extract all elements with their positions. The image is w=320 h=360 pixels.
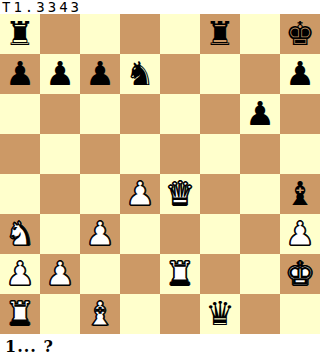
piece-white-pawn[interactable]: ♟	[5, 254, 35, 294]
piece-white-queen[interactable]: ♛	[165, 174, 195, 214]
square-b8[interactable]	[40, 14, 80, 54]
square-e3[interactable]	[160, 214, 200, 254]
square-d1[interactable]	[120, 294, 160, 334]
piece-black-pawn[interactable]: ♟	[45, 54, 75, 94]
square-h7[interactable]: ♟	[280, 54, 320, 94]
square-d4[interactable]: ♟	[120, 174, 160, 214]
puzzle-id-label: T1.3343	[0, 0, 320, 14]
square-a5[interactable]	[0, 134, 40, 174]
square-f3[interactable]	[200, 214, 240, 254]
square-h5[interactable]	[280, 134, 320, 174]
square-b6[interactable]	[40, 94, 80, 134]
square-g1[interactable]	[240, 294, 280, 334]
piece-white-pawn[interactable]: ♟	[285, 214, 315, 254]
square-a4[interactable]	[0, 174, 40, 214]
square-d7[interactable]: ♞	[120, 54, 160, 94]
square-a2[interactable]: ♟	[0, 254, 40, 294]
piece-white-pawn[interactable]: ♟	[45, 254, 75, 294]
square-b5[interactable]	[40, 134, 80, 174]
square-a6[interactable]	[0, 94, 40, 134]
square-f4[interactable]	[200, 174, 240, 214]
piece-black-queen[interactable]: ♛	[205, 294, 235, 334]
square-d2[interactable]	[120, 254, 160, 294]
square-h1[interactable]	[280, 294, 320, 334]
piece-white-king[interactable]: ♚	[285, 254, 315, 294]
piece-black-rook[interactable]: ♜	[205, 14, 235, 54]
square-h8[interactable]: ♚	[280, 14, 320, 54]
piece-white-pawn[interactable]: ♟	[85, 214, 115, 254]
square-e7[interactable]	[160, 54, 200, 94]
square-h2[interactable]: ♚	[280, 254, 320, 294]
square-e6[interactable]	[160, 94, 200, 134]
square-h4[interactable]: ♝	[280, 174, 320, 214]
piece-black-knight[interactable]: ♞	[125, 54, 155, 94]
square-c6[interactable]	[80, 94, 120, 134]
square-e1[interactable]	[160, 294, 200, 334]
piece-black-pawn[interactable]: ♟	[5, 54, 35, 94]
square-g8[interactable]	[240, 14, 280, 54]
piece-white-bishop[interactable]: ♝	[85, 294, 115, 334]
square-c8[interactable]	[80, 14, 120, 54]
piece-black-rook[interactable]: ♜	[5, 14, 35, 54]
square-a1[interactable]: ♜	[0, 294, 40, 334]
square-f7[interactable]	[200, 54, 240, 94]
square-f1[interactable]: ♛	[200, 294, 240, 334]
square-d8[interactable]	[120, 14, 160, 54]
square-g3[interactable]	[240, 214, 280, 254]
square-a7[interactable]: ♟	[0, 54, 40, 94]
move-prompt-label: 1... ?	[0, 334, 320, 360]
square-f5[interactable]	[200, 134, 240, 174]
piece-black-pawn[interactable]: ♟	[245, 94, 275, 134]
chess-puzzle-app: T1.3343 ♜♜♚♟♟♟♞♟♟♟♛♝♞♟♟♟♟♜♚♜♝♛ 1... ?	[0, 0, 320, 360]
square-a8[interactable]: ♜	[0, 14, 40, 54]
square-b2[interactable]: ♟	[40, 254, 80, 294]
square-c2[interactable]	[80, 254, 120, 294]
square-g2[interactable]	[240, 254, 280, 294]
square-h6[interactable]	[280, 94, 320, 134]
piece-white-rook[interactable]: ♜	[5, 294, 35, 334]
square-b3[interactable]	[40, 214, 80, 254]
square-b4[interactable]	[40, 174, 80, 214]
square-c5[interactable]	[80, 134, 120, 174]
square-c7[interactable]: ♟	[80, 54, 120, 94]
piece-white-knight[interactable]: ♞	[5, 214, 35, 254]
piece-white-rook[interactable]: ♜	[165, 254, 195, 294]
square-d3[interactable]	[120, 214, 160, 254]
square-d5[interactable]	[120, 134, 160, 174]
square-f6[interactable]	[200, 94, 240, 134]
square-g7[interactable]	[240, 54, 280, 94]
square-g6[interactable]: ♟	[240, 94, 280, 134]
square-g4[interactable]	[240, 174, 280, 214]
square-b1[interactable]	[40, 294, 80, 334]
square-a3[interactable]: ♞	[0, 214, 40, 254]
square-d6[interactable]	[120, 94, 160, 134]
square-e2[interactable]: ♜	[160, 254, 200, 294]
piece-white-pawn[interactable]: ♟	[125, 174, 155, 214]
piece-black-pawn[interactable]: ♟	[85, 54, 115, 94]
square-c4[interactable]	[80, 174, 120, 214]
square-e5[interactable]	[160, 134, 200, 174]
square-c3[interactable]: ♟	[80, 214, 120, 254]
square-c1[interactable]: ♝	[80, 294, 120, 334]
piece-black-pawn[interactable]: ♟	[285, 54, 315, 94]
piece-black-king[interactable]: ♚	[285, 14, 315, 54]
square-h3[interactable]: ♟	[280, 214, 320, 254]
chess-board: ♜♜♚♟♟♟♞♟♟♟♛♝♞♟♟♟♟♜♚♜♝♛	[0, 14, 320, 334]
square-f8[interactable]: ♜	[200, 14, 240, 54]
square-e4[interactable]: ♛	[160, 174, 200, 214]
square-b7[interactable]: ♟	[40, 54, 80, 94]
square-g5[interactable]	[240, 134, 280, 174]
square-e8[interactable]	[160, 14, 200, 54]
square-f2[interactable]	[200, 254, 240, 294]
piece-black-bishop[interactable]: ♝	[285, 174, 315, 214]
